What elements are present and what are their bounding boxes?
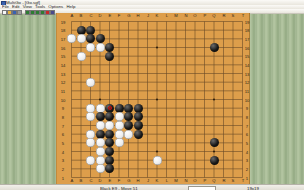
coord-letter-top-h: H [136,13,139,17]
white-stone-c6[interactable] [86,130,95,139]
black-stone-g7[interactable] [124,121,133,130]
coord-number-right-1: 1 [246,175,248,179]
black-stone-h9[interactable] [134,104,143,113]
star-point-k10 [156,98,158,100]
status-text-left: Black E9 - Move 51 [100,186,138,189]
white-stone-b17[interactable] [77,34,86,43]
coord-letter-top-t: T [241,13,244,17]
coord-letter-top-b: B [80,13,83,17]
coord-letter-bottom-t: T [241,178,244,182]
white-stone-d7[interactable] [96,121,105,130]
star-point-q10 [213,98,215,100]
white-stone-b15[interactable] [77,52,86,61]
coord-letter-top-j: J [146,13,148,17]
coord-number-left-6: 6 [62,132,64,136]
coord-letter-bottom-e: E [108,178,111,182]
coord-number-right-7: 7 [246,123,248,127]
coord-number-left-8: 8 [62,115,64,119]
black-stone-d6[interactable] [96,130,105,139]
coord-letter-bottom-d: D [98,178,101,182]
coord-number-right-18: 18 [245,28,250,32]
coord-number-left-12: 12 [61,80,66,84]
coord-letter-top-s: S [232,13,235,17]
coord-number-left-10: 10 [61,97,66,101]
white-stone-d9[interactable] [96,104,105,113]
coord-letter-bottom-q: Q [212,178,215,182]
coord-letter-bottom-f: F [118,178,121,182]
coord-letter-top-d: D [98,13,101,17]
coord-number-left-11: 11 [61,89,65,93]
white-stone-d5[interactable] [96,138,105,147]
black-stone-f9[interactable] [115,104,124,113]
coord-number-right-8: 8 [246,115,248,119]
black-stone-b18[interactable] [77,26,86,35]
coord-number-left-19: 19 [61,19,66,23]
white-stone-g6[interactable] [124,130,133,139]
black-stone-g9[interactable] [124,104,133,113]
coord-number-right-4: 4 [246,149,248,153]
black-stone-e16[interactable] [105,43,114,52]
coord-number-right-11: 11 [245,89,249,93]
coord-letter-top-e: E [108,13,111,17]
white-stone-f8[interactable] [115,112,124,121]
coord-number-left-17: 17 [61,37,66,41]
coord-number-right-17: 17 [245,37,250,41]
coord-letter-bottom-r: R [222,178,225,182]
coord-number-left-14: 14 [61,63,66,67]
coord-letter-bottom-s: S [232,178,235,182]
coord-number-left-3: 3 [62,158,64,162]
white-stone-k3[interactable] [153,156,162,165]
status-field [188,186,216,190]
coord-letter-top-r: R [222,13,225,17]
coord-letter-top-n: N [184,13,187,17]
menu-items: FileEditViewToolsOptionsHelp [2,5,78,8]
coord-number-left-7: 7 [62,123,64,127]
white-stone-c9[interactable] [86,104,95,113]
status-bar: Black E9 - Move 51 19x19 [0,184,304,190]
black-stone-c18[interactable] [86,26,95,35]
coord-letter-top-q: Q [212,13,215,17]
white-stone-e7[interactable] [105,121,114,130]
white-stone-c12[interactable] [86,78,95,87]
coord-number-right-19: 19 [245,19,250,23]
coord-number-right-9: 9 [246,106,248,110]
coord-number-right-14: 14 [245,63,250,67]
white-stone-c16[interactable] [86,43,95,52]
coord-number-right-2: 2 [246,167,248,171]
coord-letter-bottom-h: H [136,178,139,182]
coord-number-right-15: 15 [245,54,250,58]
info-icon[interactable] [50,10,55,15]
coord-number-right-6: 6 [246,132,248,136]
black-stone-h8[interactable] [134,112,143,121]
coord-letter-top-l: L [165,13,167,17]
coord-letter-bottom-a: A [70,178,73,182]
coord-letter-top-c: C [89,13,92,17]
star-point-q4 [213,150,215,152]
coord-number-right-10: 10 [245,97,250,101]
coord-letter-bottom-g: G [127,178,130,182]
coord-number-left-9: 9 [62,106,64,110]
white-stone-c3[interactable] [86,156,95,165]
coord-number-left-5: 5 [62,141,64,145]
coord-letter-top-g: G [127,13,130,17]
coord-letter-top-m: M [174,13,178,17]
coord-letter-bottom-m: M [174,178,178,182]
white-stone-d3[interactable] [96,156,105,165]
star-point-k4 [156,150,158,152]
star-point-d10 [99,98,101,100]
coord-number-right-12: 12 [245,80,250,84]
black-stone-e4[interactable] [105,147,114,156]
go-board[interactable]: AA1919BB1818CC1717DD1616EE1515FF1414GG13… [56,13,250,184]
coord-number-left-2: 2 [62,167,64,171]
coord-letter-top-o: O [193,13,196,17]
coord-number-left-15: 15 [61,54,66,58]
coord-letter-bottom-p: P [203,178,206,182]
black-stone-q16[interactable] [210,43,219,52]
coord-letter-bottom-j: J [146,178,148,182]
white-stone-f5[interactable] [115,138,124,147]
black-stone-q3[interactable] [210,156,219,165]
black-stone-e3[interactable] [105,156,114,165]
print-icon[interactable] [17,10,22,15]
coord-letter-bottom-c: C [89,178,92,182]
black-stone-d17[interactable] [96,34,105,43]
white-stone-d4[interactable] [96,147,105,156]
coord-letter-top-k: K [156,13,159,17]
white-stone-f7[interactable] [115,121,124,130]
black-stone-q5[interactable] [210,138,219,147]
white-stone-f6[interactable] [115,130,124,139]
black-stone-e6[interactable] [105,130,114,139]
status-text-right: 19x19 [247,186,259,189]
coord-letter-bottom-o: O [193,178,196,182]
coord-number-left-1: 1 [62,175,64,179]
coord-letter-bottom-b: B [80,178,83,182]
last-move-marker [108,106,112,110]
white-stone-d2[interactable] [96,164,105,173]
coord-letter-bottom-l: L [165,178,167,182]
coord-letter-bottom-k: K [156,178,159,182]
coord-number-left-13: 13 [61,71,66,75]
coord-letter-bottom-n: N [184,178,187,182]
coord-letter-top-p: P [203,13,206,17]
coord-number-left-16: 16 [61,45,66,49]
coord-number-left-18: 18 [61,28,66,32]
white-stone-d16[interactable] [96,43,105,52]
coord-number-right-13: 13 [245,71,250,75]
black-stone-h7[interactable] [134,121,143,130]
coord-number-right-5: 5 [246,141,248,145]
coord-letter-top-f: F [118,13,121,17]
coord-number-right-16: 16 [245,45,250,49]
multigo-window: { "window": { "title": "MultiGo - [Go.sg… [0,0,304,190]
black-stone-e15[interactable] [105,52,114,61]
coord-number-left-4: 4 [62,149,64,153]
star-point-k16 [156,46,158,48]
coord-number-right-3: 3 [246,158,248,162]
black-stone-h6[interactable] [134,130,143,139]
coord-letter-top-a: A [70,13,73,17]
black-stone-d8[interactable] [96,112,105,121]
